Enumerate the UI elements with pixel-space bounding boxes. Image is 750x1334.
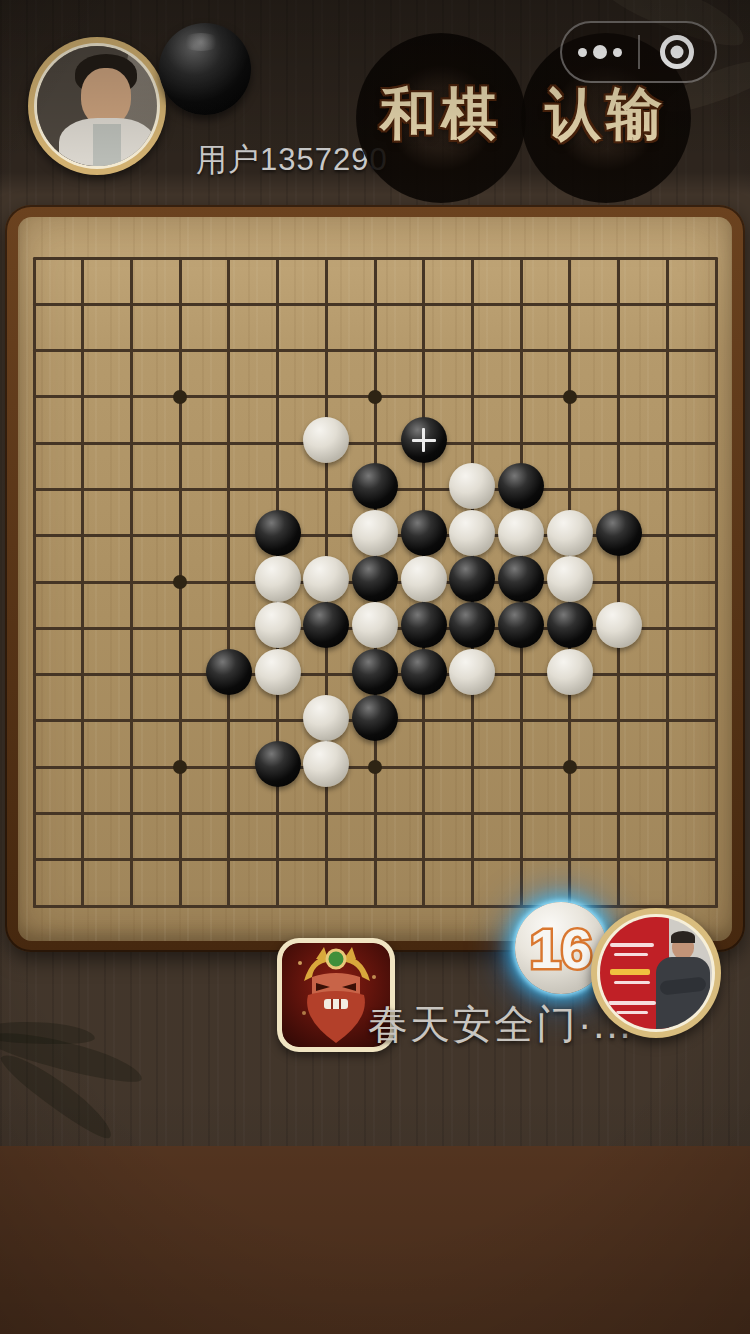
stone-white: [449, 463, 495, 509]
star-point: [368, 760, 382, 774]
stone-white: [449, 510, 495, 556]
stone-white: [352, 602, 398, 648]
stone-white: [303, 556, 349, 602]
target-circle-icon: [660, 35, 694, 69]
draw-button-label: 和棋: [380, 77, 502, 153]
star-point: [173, 390, 187, 404]
stone-black: [449, 602, 495, 648]
stone-white: [596, 602, 642, 648]
player-photo: [600, 917, 712, 1029]
stone-black: [401, 510, 447, 556]
stone-white: [547, 649, 593, 695]
opponent-black-stone-badge: [159, 23, 251, 115]
stone-black: [352, 649, 398, 695]
stone-white: [449, 649, 495, 695]
stone-white: [255, 556, 301, 602]
stone-white: [255, 602, 301, 648]
stone-black: [498, 602, 544, 648]
grid-line-horizontal: [33, 812, 718, 815]
grid-line-horizontal: [33, 905, 718, 908]
star-point: [173, 760, 187, 774]
grid-line-vertical: [666, 257, 669, 908]
stone-black: [498, 556, 544, 602]
more-icon: [578, 45, 622, 59]
stone-black: [596, 510, 642, 556]
stone-white: [498, 510, 544, 556]
stone-black: [206, 649, 252, 695]
stone-white: [547, 510, 593, 556]
wechat-capsule: [560, 21, 717, 83]
grid-line-vertical: [617, 257, 620, 908]
opponent-avatar: [28, 37, 166, 175]
stone-black: [303, 602, 349, 648]
ad-text[interactable]: 春天安全门·...: [368, 997, 633, 1052]
more-button[interactable]: [562, 23, 638, 81]
stone-black: [352, 695, 398, 741]
stone-white: [303, 695, 349, 741]
grid-line-horizontal: [33, 858, 718, 861]
stone-black: [498, 463, 544, 509]
stone-white: [303, 741, 349, 787]
stone-black: [352, 556, 398, 602]
last-move-marker: [412, 428, 436, 452]
stone-white: [352, 510, 398, 556]
grid-line-vertical: [715, 257, 718, 908]
stone-black: [255, 741, 301, 787]
star-point: [563, 760, 577, 774]
star-point: [368, 390, 382, 404]
stone-black: [449, 556, 495, 602]
stone-black: [547, 602, 593, 648]
player-avatar: [591, 908, 721, 1038]
stone-black: [401, 602, 447, 648]
stone-black: [255, 510, 301, 556]
star-point: [563, 390, 577, 404]
draw-button[interactable]: 和棋: [356, 33, 526, 203]
stone-white: [547, 556, 593, 602]
gomoku-game-screen: 用户1357290 和棋 认输: [0, 0, 750, 1334]
exit-button[interactable]: [640, 23, 716, 81]
star-point: [173, 575, 187, 589]
stone-black: [401, 417, 447, 463]
resign-button-label: 认输: [545, 77, 667, 153]
stone-white: [255, 649, 301, 695]
stone-white: [303, 417, 349, 463]
opponent-photo: [37, 46, 157, 166]
stone-white: [401, 556, 447, 602]
stone-black: [352, 463, 398, 509]
stone-black: [401, 649, 447, 695]
timer-seconds: 16: [530, 917, 592, 980]
